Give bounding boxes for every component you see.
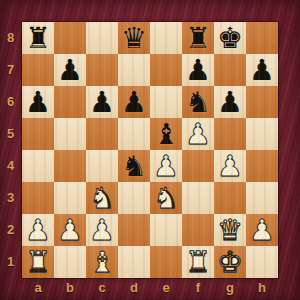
square-e5[interactable]: ♝	[150, 118, 182, 150]
file-label-g: g	[214, 277, 246, 299]
white-pawn-a2[interactable]: ♟	[22, 214, 54, 246]
white-king-g1[interactable]: ♚	[214, 246, 246, 278]
square-d8[interactable]: ♛	[118, 22, 150, 54]
white-pawn-c2[interactable]: ♟	[86, 214, 118, 246]
white-bishop-c1[interactable]: ♝	[86, 246, 118, 278]
square-h2[interactable]: ♟	[246, 214, 278, 246]
square-a4[interactable]	[22, 150, 54, 182]
square-a2[interactable]: ♟	[22, 214, 54, 246]
chess-board: ♜♛♜♚♟♟♟♟♟♟♞♟♝♟♞♟♟♞♞♟♟♟♛♟♜♝♜♚	[22, 22, 278, 278]
square-d1[interactable]	[118, 246, 150, 278]
square-c8[interactable]	[86, 22, 118, 54]
square-g6[interactable]: ♟	[214, 86, 246, 118]
square-b1[interactable]	[54, 246, 86, 278]
white-knight-c3[interactable]: ♞	[86, 182, 118, 214]
file-label-h: h	[246, 277, 278, 299]
square-f6[interactable]: ♞	[182, 86, 214, 118]
square-h5[interactable]	[246, 118, 278, 150]
black-pawn-b7[interactable]: ♟	[54, 54, 86, 86]
file-label-f: f	[182, 277, 214, 299]
square-h6[interactable]	[246, 86, 278, 118]
rank-label-1: 1	[0, 246, 21, 278]
black-bishop-e5[interactable]: ♝	[150, 118, 182, 150]
square-a1[interactable]: ♜	[22, 246, 54, 278]
square-d2[interactable]	[118, 214, 150, 246]
black-king-g8[interactable]: ♚	[214, 22, 246, 54]
square-a7[interactable]	[22, 54, 54, 86]
rank-label-2: 2	[0, 214, 21, 246]
square-g8[interactable]: ♚	[214, 22, 246, 54]
square-b8[interactable]	[54, 22, 86, 54]
square-f7[interactable]: ♟	[182, 54, 214, 86]
square-h7[interactable]: ♟	[246, 54, 278, 86]
file-label-d: d	[118, 277, 150, 299]
square-e7[interactable]	[150, 54, 182, 86]
black-knight-f6[interactable]: ♞	[182, 86, 214, 118]
square-b5[interactable]	[54, 118, 86, 150]
square-c1[interactable]: ♝	[86, 246, 118, 278]
rank-label-7: 7	[0, 54, 21, 86]
white-rook-f1[interactable]: ♜	[182, 246, 214, 278]
square-f1[interactable]: ♜	[182, 246, 214, 278]
rank-label-3: 3	[0, 182, 21, 214]
square-d7[interactable]	[118, 54, 150, 86]
white-pawn-f5[interactable]: ♟	[182, 118, 214, 150]
square-g3[interactable]	[214, 182, 246, 214]
white-knight-e3[interactable]: ♞	[150, 182, 182, 214]
chess-board-frame: ♜♛♜♚♟♟♟♟♟♟♞♟♝♟♞♟♟♞♞♟♟♟♛♟♜♝♜♚ 87654321abc…	[0, 0, 300, 300]
white-queen-g2[interactable]: ♛	[214, 214, 246, 246]
square-h3[interactable]	[246, 182, 278, 214]
square-b7[interactable]: ♟	[54, 54, 86, 86]
black-pawn-f7[interactable]: ♟	[182, 54, 214, 86]
rank-label-6: 6	[0, 86, 21, 118]
square-g2[interactable]: ♛	[214, 214, 246, 246]
square-h4[interactable]	[246, 150, 278, 182]
square-a6[interactable]: ♟	[22, 86, 54, 118]
black-pawn-a6[interactable]: ♟	[22, 86, 54, 118]
square-d3[interactable]	[118, 182, 150, 214]
rank-label-4: 4	[0, 150, 21, 182]
square-c5[interactable]	[86, 118, 118, 150]
square-b3[interactable]	[54, 182, 86, 214]
square-g1[interactable]: ♚	[214, 246, 246, 278]
white-rook-a1[interactable]: ♜	[22, 246, 54, 278]
square-d4[interactable]: ♞	[118, 150, 150, 182]
square-c3[interactable]: ♞	[86, 182, 118, 214]
black-rook-f8[interactable]: ♜	[182, 22, 214, 54]
square-g4[interactable]: ♟	[214, 150, 246, 182]
square-e4[interactable]: ♟	[150, 150, 182, 182]
white-pawn-b2[interactable]: ♟	[54, 214, 86, 246]
file-label-e: e	[150, 277, 182, 299]
black-pawn-d6[interactable]: ♟	[118, 86, 150, 118]
square-d5[interactable]	[118, 118, 150, 150]
black-rook-a8[interactable]: ♜	[22, 22, 54, 54]
square-e2[interactable]	[150, 214, 182, 246]
square-h8[interactable]	[246, 22, 278, 54]
black-queen-d8[interactable]: ♛	[118, 22, 150, 54]
white-pawn-e4[interactable]: ♟	[150, 150, 182, 182]
file-label-b: b	[54, 277, 86, 299]
square-f2[interactable]	[182, 214, 214, 246]
square-c6[interactable]: ♟	[86, 86, 118, 118]
square-f5[interactable]: ♟	[182, 118, 214, 150]
black-knight-d4[interactable]: ♞	[118, 150, 150, 182]
white-pawn-h2[interactable]: ♟	[246, 214, 278, 246]
white-pawn-g4[interactable]: ♟	[214, 150, 246, 182]
square-a5[interactable]	[22, 118, 54, 150]
square-b4[interactable]	[54, 150, 86, 182]
square-c7[interactable]	[86, 54, 118, 86]
black-pawn-g6[interactable]: ♟	[214, 86, 246, 118]
rank-label-5: 5	[0, 118, 21, 150]
square-a3[interactable]	[22, 182, 54, 214]
square-c4[interactable]	[86, 150, 118, 182]
black-pawn-h7[interactable]: ♟	[246, 54, 278, 86]
square-c2[interactable]: ♟	[86, 214, 118, 246]
square-h1[interactable]	[246, 246, 278, 278]
square-f4[interactable]	[182, 150, 214, 182]
square-b2[interactable]: ♟	[54, 214, 86, 246]
square-e8[interactable]	[150, 22, 182, 54]
file-label-c: c	[86, 277, 118, 299]
black-pawn-c6[interactable]: ♟	[86, 86, 118, 118]
square-b6[interactable]	[54, 86, 86, 118]
square-a8[interactable]: ♜	[22, 22, 54, 54]
square-f3[interactable]	[182, 182, 214, 214]
square-e3[interactable]: ♞	[150, 182, 182, 214]
file-label-a: a	[22, 277, 54, 299]
square-f8[interactable]: ♜	[182, 22, 214, 54]
rank-label-8: 8	[0, 22, 21, 54]
square-e1[interactable]	[150, 246, 182, 278]
square-g7[interactable]	[214, 54, 246, 86]
square-d6[interactable]: ♟	[118, 86, 150, 118]
square-g5[interactable]	[214, 118, 246, 150]
square-e6[interactable]	[150, 86, 182, 118]
